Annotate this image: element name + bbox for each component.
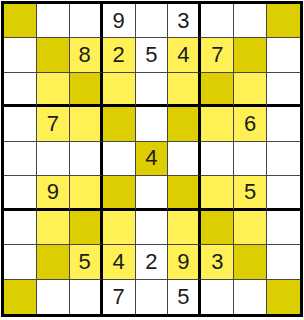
cell-r4c1[interactable] (4, 107, 37, 141)
cell-r6c1[interactable] (4, 176, 37, 210)
cell-r7c7[interactable] (201, 211, 234, 245)
cell-r3c5[interactable] (136, 73, 169, 107)
cell-r7c5[interactable] (136, 211, 169, 245)
cell-r4c3[interactable] (70, 107, 103, 141)
cell-r6c8[interactable]: 5 (234, 176, 267, 210)
cell-r2c2[interactable] (37, 38, 70, 72)
cell-r1c8[interactable] (234, 4, 267, 38)
cell-r5c1[interactable] (4, 142, 37, 176)
cell-r8c7[interactable]: 3 (201, 245, 234, 279)
cell-r3c1[interactable] (4, 73, 37, 107)
cell-r2c9[interactable] (267, 38, 300, 72)
cell-r4c6[interactable] (168, 107, 201, 141)
cell-r6c7[interactable] (201, 176, 234, 210)
cell-r2c3[interactable]: 8 (70, 38, 103, 72)
cell-r1c7[interactable] (201, 4, 234, 38)
cell-r6c2[interactable]: 9 (37, 176, 70, 210)
cell-r8c4[interactable]: 4 (103, 245, 136, 279)
cell-r6c5[interactable] (136, 176, 169, 210)
cell-r5c2[interactable] (37, 142, 70, 176)
cell-r9c6[interactable]: 5 (168, 280, 201, 314)
cell-r5c3[interactable] (70, 142, 103, 176)
cell-r9c9[interactable] (267, 280, 300, 314)
cell-r8c6[interactable]: 9 (168, 245, 201, 279)
cell-r3c9[interactable] (267, 73, 300, 107)
cell-r1c6[interactable]: 3 (168, 4, 201, 38)
cell-r7c8[interactable] (234, 211, 267, 245)
cell-r9c5[interactable] (136, 280, 169, 314)
cell-r3c8[interactable] (234, 73, 267, 107)
cell-r8c8[interactable] (234, 245, 267, 279)
cell-r9c1[interactable] (4, 280, 37, 314)
cell-r5c7[interactable] (201, 142, 234, 176)
cell-r7c3[interactable] (70, 211, 103, 245)
cell-r4c2[interactable]: 7 (37, 107, 70, 141)
cell-r1c3[interactable] (70, 4, 103, 38)
cell-r7c1[interactable] (4, 211, 37, 245)
cell-r2c4[interactable]: 2 (103, 38, 136, 72)
cell-r6c4[interactable] (103, 176, 136, 210)
cell-r2c5[interactable]: 5 (136, 38, 169, 72)
cell-r4c9[interactable] (267, 107, 300, 141)
cell-r9c3[interactable] (70, 280, 103, 314)
cell-r3c7[interactable] (201, 73, 234, 107)
cell-r3c4[interactable] (103, 73, 136, 107)
cell-r4c4[interactable] (103, 107, 136, 141)
sudoku-board: 9382547764955429375 (1, 1, 303, 317)
cell-r6c3[interactable] (70, 176, 103, 210)
cell-r9c7[interactable] (201, 280, 234, 314)
cell-r3c2[interactable] (37, 73, 70, 107)
cell-r7c2[interactable] (37, 211, 70, 245)
cell-r5c4[interactable] (103, 142, 136, 176)
cell-r8c2[interactable] (37, 245, 70, 279)
cell-r2c6[interactable]: 4 (168, 38, 201, 72)
cell-r4c7[interactable] (201, 107, 234, 141)
cell-r5c9[interactable] (267, 142, 300, 176)
cell-r9c8[interactable] (234, 280, 267, 314)
cell-r4c5[interactable] (136, 107, 169, 141)
cell-r3c6[interactable] (168, 73, 201, 107)
cell-r1c5[interactable] (136, 4, 169, 38)
cell-r8c5[interactable]: 2 (136, 245, 169, 279)
cell-r5c8[interactable] (234, 142, 267, 176)
cell-r3c3[interactable] (70, 73, 103, 107)
cell-r1c9[interactable] (267, 4, 300, 38)
cell-r5c5[interactable]: 4 (136, 142, 169, 176)
cell-r5c6[interactable] (168, 142, 201, 176)
cell-r1c2[interactable] (37, 4, 70, 38)
cell-r8c1[interactable] (4, 245, 37, 279)
cell-r1c4[interactable]: 9 (103, 4, 136, 38)
cell-r6c9[interactable] (267, 176, 300, 210)
cell-r9c2[interactable] (37, 280, 70, 314)
cell-r7c4[interactable] (103, 211, 136, 245)
cell-r8c3[interactable]: 5 (70, 245, 103, 279)
cell-r6c6[interactable] (168, 176, 201, 210)
cell-r1c1[interactable] (4, 4, 37, 38)
cell-r4c8[interactable]: 6 (234, 107, 267, 141)
cell-r2c8[interactable] (234, 38, 267, 72)
cell-r7c9[interactable] (267, 211, 300, 245)
cell-r2c7[interactable]: 7 (201, 38, 234, 72)
cell-r9c4[interactable]: 7 (103, 280, 136, 314)
cell-r2c1[interactable] (4, 38, 37, 72)
cell-r8c9[interactable] (267, 245, 300, 279)
cell-r7c6[interactable] (168, 211, 201, 245)
